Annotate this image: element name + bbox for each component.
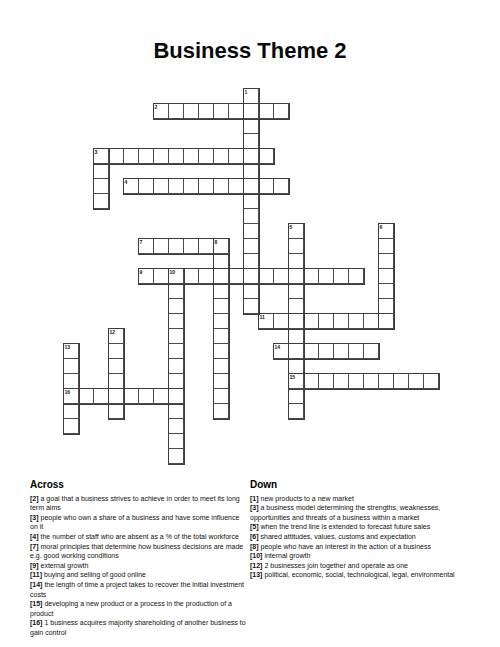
clue-item: [1] new products to a new market (250, 494, 475, 504)
grid-cell[interactable] (243, 238, 259, 254)
grid-cell[interactable] (243, 193, 259, 209)
grid-cell[interactable] (168, 148, 184, 164)
clue-number: [6] (250, 533, 259, 540)
grid-cell[interactable] (303, 373, 319, 389)
grid-cell[interactable] (258, 148, 274, 164)
grid-cell[interactable] (153, 148, 169, 164)
grid-cell[interactable] (378, 283, 394, 299)
clue-item: [4] the number of staff who are absent a… (30, 532, 248, 542)
grid-cell[interactable] (138, 178, 154, 194)
grid-cell[interactable] (108, 328, 124, 344)
grid-cell[interactable] (153, 103, 169, 119)
clue-number: [2] (30, 495, 39, 502)
clue-item: [12] 2 businesses join together and oper… (250, 561, 475, 571)
grid-cell[interactable] (318, 313, 334, 329)
grid-cell[interactable] (408, 373, 424, 389)
grid-cell[interactable] (93, 148, 109, 164)
grid-cell[interactable] (153, 268, 169, 284)
grid-cell[interactable] (273, 103, 289, 119)
grid-cell[interactable] (183, 178, 199, 194)
grid-cell[interactable] (108, 343, 124, 359)
grid-cell[interactable] (303, 343, 319, 359)
grid-cell[interactable] (123, 388, 139, 404)
grid-cell[interactable] (288, 373, 304, 389)
grid-cell[interactable] (108, 148, 124, 164)
grid-cell[interactable] (243, 208, 259, 224)
grid-cell[interactable] (288, 358, 304, 374)
grid-cell[interactable] (153, 178, 169, 194)
clue-item: [5] when the trend line is extended to f… (250, 522, 475, 532)
clue-item: [8] people who have an interest in the a… (250, 542, 475, 552)
grid-cell[interactable] (393, 373, 409, 389)
grid-cell[interactable] (333, 268, 349, 284)
grid-cell[interactable] (348, 373, 364, 389)
clue-item: [11] buying and selling of good online (30, 570, 248, 580)
grid-cell[interactable] (213, 343, 229, 359)
grid-cell[interactable] (288, 238, 304, 254)
grid-cell[interactable] (288, 313, 304, 329)
grid-cell[interactable] (213, 178, 229, 194)
grid-cell[interactable] (168, 358, 184, 374)
grid-cell[interactable] (288, 403, 304, 419)
grid-cell[interactable] (108, 388, 124, 404)
grid-cell[interactable] (363, 343, 379, 359)
puzzle-title: Business Theme 2 (0, 38, 500, 64)
clue-number: [8] (250, 543, 259, 550)
grid-cell[interactable] (198, 238, 214, 254)
grid-cell[interactable] (183, 103, 199, 119)
grid-cell[interactable] (378, 298, 394, 314)
grid-cell[interactable] (93, 388, 109, 404)
grid-cell[interactable] (108, 403, 124, 419)
clue-item: [2] a goal that a business strives to ac… (30, 494, 248, 513)
grid-cell[interactable] (168, 418, 184, 434)
grid-cell[interactable] (258, 268, 274, 284)
grid-cell[interactable] (168, 328, 184, 344)
grid-cell[interactable] (288, 298, 304, 314)
grid-cell[interactable] (93, 178, 109, 194)
clue-item: [6] shared attitudes, values, customs an… (250, 532, 475, 542)
clue-item: [9] external growth (30, 561, 248, 571)
grid-cell[interactable] (213, 148, 229, 164)
grid-cell[interactable] (348, 268, 364, 284)
grid-cell[interactable] (348, 313, 364, 329)
down-clues-section: Down [1] new products to a new market[3]… (250, 480, 475, 580)
grid-cell[interactable] (213, 253, 229, 269)
grid-cell[interactable] (318, 373, 334, 389)
clue-number: [9] (30, 562, 39, 569)
grid-cell[interactable] (93, 193, 109, 209)
grid-cell[interactable] (213, 268, 229, 284)
across-clues-section: Across [2] a goal that a business strive… (30, 480, 248, 638)
grid-cell[interactable] (363, 313, 379, 329)
grid-cell[interactable] (243, 223, 259, 239)
grid-cell[interactable] (213, 388, 229, 404)
grid-cell[interactable] (168, 448, 184, 464)
grid-cell[interactable] (228, 148, 244, 164)
grid-cell[interactable] (153, 388, 169, 404)
grid-cell[interactable] (213, 298, 229, 314)
grid-cell[interactable] (318, 268, 334, 284)
grid-cell[interactable] (378, 313, 394, 329)
grid-cell[interactable] (138, 388, 154, 404)
grid-cell[interactable] (123, 178, 139, 194)
clue-item: [10] internal growth (250, 551, 475, 561)
across-header: Across (30, 480, 248, 490)
grid-cell[interactable] (243, 133, 259, 149)
grid-cell[interactable] (243, 103, 259, 119)
grid-cell[interactable] (243, 163, 259, 179)
grid-cell[interactable] (168, 388, 184, 404)
clue-item: [3] people who own a share of a business… (30, 513, 248, 532)
grid-cell[interactable] (213, 238, 229, 254)
clue-item: [3] a business model determining the str… (250, 503, 475, 522)
grid-cell[interactable] (243, 253, 259, 269)
crossword-board: 23479111415161568101213 (63, 88, 440, 465)
clue-item: [16] 1 business acquires majority shareh… (30, 618, 248, 637)
clue-number: [3] (30, 514, 39, 521)
grid-cell[interactable] (243, 178, 259, 194)
grid-cell[interactable] (213, 403, 229, 419)
grid-cell[interactable] (258, 178, 274, 194)
grid-cell[interactable] (168, 403, 184, 419)
grid-cell[interactable] (288, 283, 304, 299)
grid-cell[interactable] (213, 313, 229, 329)
grid-cell[interactable] (333, 313, 349, 329)
grid-cell[interactable] (63, 388, 79, 404)
grid-cell[interactable] (168, 178, 184, 194)
grid-cell[interactable] (168, 313, 184, 329)
grid-cell[interactable] (168, 343, 184, 359)
grid-cell[interactable] (138, 268, 154, 284)
grid-cell[interactable] (288, 388, 304, 404)
across-clue-list: [2] a goal that a business strives to ac… (30, 494, 248, 638)
clue-number: [11] (30, 571, 42, 578)
grid-cell[interactable] (243, 148, 259, 164)
grid-cell[interactable] (288, 328, 304, 344)
grid-cell[interactable] (363, 373, 379, 389)
grid-cell[interactable] (213, 103, 229, 119)
grid-cell[interactable] (213, 358, 229, 374)
clue-number: [4] (30, 533, 39, 540)
grid-cell[interactable] (303, 268, 319, 284)
grid-cell[interactable] (243, 268, 259, 284)
grid-cell[interactable] (303, 313, 319, 329)
grid-cell[interactable] (273, 343, 289, 359)
clue-number: [15] (30, 600, 42, 607)
grid-cell[interactable] (198, 268, 214, 284)
grid-cell[interactable] (243, 88, 259, 104)
grid-cell[interactable] (168, 373, 184, 389)
grid-cell[interactable] (198, 148, 214, 164)
grid-cell[interactable] (78, 388, 94, 404)
grid-cell[interactable] (378, 253, 394, 269)
grid-cell[interactable] (288, 253, 304, 269)
clue-item: [7] moral principles that determine how … (30, 542, 248, 561)
grid-cell[interactable] (183, 148, 199, 164)
grid-cell[interactable] (258, 313, 274, 329)
grid-cell[interactable] (63, 343, 79, 359)
grid-cell[interactable] (378, 238, 394, 254)
grid-cell[interactable] (123, 148, 139, 164)
grid-cell[interactable] (213, 328, 229, 344)
clue-number: [14] (30, 581, 42, 588)
grid-cell[interactable] (243, 118, 259, 134)
grid-cell[interactable] (168, 238, 184, 254)
grid-cell[interactable] (63, 418, 79, 434)
grid-cell[interactable] (138, 148, 154, 164)
grid-cell[interactable] (288, 268, 304, 284)
grid-cell[interactable] (168, 268, 184, 284)
clue-item: [15] developing a new product or a proce… (30, 599, 248, 618)
clue-number: [12] (250, 562, 262, 569)
clue-number: [13] (250, 571, 262, 578)
grid-cell[interactable] (93, 163, 109, 179)
clue-number: [10] (250, 552, 262, 559)
grid-cell[interactable] (168, 283, 184, 299)
grid-cell[interactable] (213, 283, 229, 299)
grid-cell[interactable] (228, 103, 244, 119)
grid-cell[interactable] (258, 103, 274, 119)
grid-cell[interactable] (288, 343, 304, 359)
clue-number: [1] (250, 495, 259, 502)
grid-cell[interactable] (63, 358, 79, 374)
grid-cell[interactable] (288, 223, 304, 239)
down-clue-list: [1] new products to a new market[3] a bu… (250, 494, 475, 580)
clue-number: [7] (30, 543, 39, 550)
clue-item: [14] the length of time a project takes … (30, 580, 248, 599)
grid-cell[interactable] (213, 373, 229, 389)
grid-cell[interactable] (198, 178, 214, 194)
grid-cell[interactable] (378, 268, 394, 284)
grid-cell[interactable] (108, 373, 124, 389)
grid-cell[interactable] (378, 373, 394, 389)
clue-item: [13] political, economic, social, techno… (250, 570, 475, 580)
grid-cell[interactable] (243, 298, 259, 314)
grid-cell[interactable] (348, 343, 364, 359)
grid-cell[interactable] (378, 223, 394, 239)
grid-cell[interactable] (168, 103, 184, 119)
grid-cell[interactable] (63, 403, 79, 419)
grid-cell[interactable] (183, 238, 199, 254)
grid-cell[interactable] (333, 343, 349, 359)
grid-cell[interactable] (228, 268, 244, 284)
clue-number: [3] (250, 504, 259, 511)
grid-cell[interactable] (153, 238, 169, 254)
grid-cell[interactable] (273, 268, 289, 284)
grid-cell[interactable] (63, 373, 79, 389)
grid-cell[interactable] (273, 178, 289, 194)
grid-cell[interactable] (183, 268, 199, 284)
grid-cell[interactable] (168, 298, 184, 314)
grid-cell[interactable] (228, 178, 244, 194)
clue-number: [5] (250, 523, 259, 530)
grid-cell[interactable] (273, 313, 289, 329)
grid-cell[interactable] (168, 433, 184, 449)
grid-cell[interactable] (108, 358, 124, 374)
grid-cell[interactable] (318, 343, 334, 359)
grid-cell[interactable] (333, 373, 349, 389)
down-header: Down (250, 480, 475, 490)
grid-cell[interactable] (243, 283, 259, 299)
grid-cell[interactable] (138, 238, 154, 254)
grid-cell[interactable] (423, 373, 439, 389)
clue-number: [16] (30, 619, 42, 626)
grid-cell[interactable] (198, 103, 214, 119)
